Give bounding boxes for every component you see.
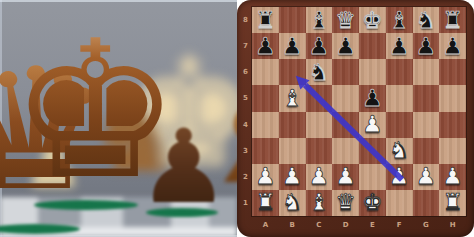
square-c7[interactable]: ♟ xyxy=(306,33,333,59)
white-pawn: ♟ xyxy=(442,165,463,188)
square-g7[interactable]: ♟ xyxy=(413,33,440,59)
rank-labels: 87654321 xyxy=(239,7,252,216)
square-g4[interactable] xyxy=(413,112,440,138)
square-e8[interactable]: ♚ xyxy=(359,7,386,33)
square-b8[interactable] xyxy=(279,7,306,33)
square-b6[interactable] xyxy=(279,59,306,85)
square-e3[interactable] xyxy=(359,138,386,164)
file-labels: ABCDEFGH xyxy=(252,217,466,233)
black-knight: ♞ xyxy=(309,61,330,84)
square-b1[interactable]: ♞ xyxy=(279,190,306,216)
square-a1[interactable]: ♜ xyxy=(252,190,279,216)
square-c8[interactable]: ♝ xyxy=(306,7,333,33)
square-b5[interactable]: ♝ xyxy=(279,85,306,111)
square-e1[interactable]: ♚ xyxy=(359,190,386,216)
file-label-b: B xyxy=(279,217,306,233)
square-f4[interactable] xyxy=(386,112,413,138)
square-d8[interactable]: ♛ xyxy=(332,7,359,33)
square-a2[interactable]: ♟ xyxy=(252,164,279,190)
square-d5[interactable] xyxy=(332,85,359,111)
square-f8[interactable]: ♝ xyxy=(386,7,413,33)
white-queen: ♛ xyxy=(335,191,356,214)
file-label-f: F xyxy=(386,217,413,233)
black-pawn: ♟ xyxy=(309,35,330,58)
app-root: ♚ ♟ ♞ ♛ ♚ ♟ ♝ 87654321 ABCDEFGH ♜♝♛♚♝♞♜♟… xyxy=(0,0,474,237)
file-label-c: C xyxy=(306,217,333,233)
square-h5[interactable] xyxy=(439,85,466,111)
rank-label-6: 6 xyxy=(239,59,252,85)
square-h3[interactable] xyxy=(439,138,466,164)
square-a5[interactable] xyxy=(252,85,279,111)
black-king: ♚ xyxy=(362,9,383,32)
chess-photo-panel: ♚ ♟ ♞ ♛ ♚ ♟ ♝ xyxy=(0,0,237,237)
square-e5[interactable]: ♟ xyxy=(359,85,386,111)
square-f7[interactable]: ♟ xyxy=(386,33,413,59)
square-e6[interactable] xyxy=(359,59,386,85)
file-label-h: H xyxy=(439,217,466,233)
square-c2[interactable]: ♟ xyxy=(306,164,333,190)
black-pawn: ♟ xyxy=(362,87,383,110)
board-grid: ♜♝♛♚♝♞♜♟♟♟♟♟♟♟♞♝♟♟♞♟♟♟♟♟♟♟♜♞♝♛♚♜ xyxy=(252,7,466,216)
square-c4[interactable] xyxy=(306,112,333,138)
black-bishop: ♝ xyxy=(309,9,330,32)
square-f5[interactable] xyxy=(386,85,413,111)
square-a6[interactable] xyxy=(252,59,279,85)
square-c1[interactable]: ♝ xyxy=(306,190,333,216)
square-h6[interactable] xyxy=(439,59,466,85)
black-rook: ♜ xyxy=(255,9,276,32)
square-a3[interactable] xyxy=(252,138,279,164)
square-g5[interactable] xyxy=(413,85,440,111)
white-rook: ♜ xyxy=(255,191,276,214)
dark-pawn-icon: ♟ xyxy=(138,116,229,218)
square-e2[interactable] xyxy=(359,164,386,190)
square-g6[interactable] xyxy=(413,59,440,85)
square-h2[interactable]: ♟ xyxy=(439,164,466,190)
square-d4[interactable] xyxy=(332,112,359,138)
black-queen: ♛ xyxy=(335,9,356,32)
square-a4[interactable] xyxy=(252,112,279,138)
black-pawn: ♟ xyxy=(416,35,437,58)
rank-label-5: 5 xyxy=(239,85,252,111)
chess-board-panel: 87654321 ABCDEFGH ♜♝♛♚♝♞♜♟♟♟♟♟♟♟♞♝♟♟♞♟♟♟… xyxy=(237,0,474,237)
black-pawn: ♟ xyxy=(282,35,303,58)
square-g2[interactable]: ♟ xyxy=(413,164,440,190)
square-c5[interactable] xyxy=(306,85,333,111)
black-pawn: ♟ xyxy=(335,35,356,58)
black-rook: ♜ xyxy=(442,9,463,32)
square-h7[interactable]: ♟ xyxy=(439,33,466,59)
square-f2[interactable]: ♟ xyxy=(386,164,413,190)
square-g3[interactable] xyxy=(413,138,440,164)
rank-label-4: 4 xyxy=(239,112,252,138)
white-pawn: ♟ xyxy=(309,165,330,188)
rank-label-7: 7 xyxy=(239,33,252,59)
black-pawn: ♟ xyxy=(255,35,276,58)
white-pawn: ♟ xyxy=(416,165,437,188)
white-bishop: ♝ xyxy=(309,191,330,214)
square-d3[interactable] xyxy=(332,138,359,164)
file-label-e: E xyxy=(359,217,386,233)
file-label-a: A xyxy=(252,217,279,233)
white-pawn: ♟ xyxy=(255,165,276,188)
white-pawn: ♟ xyxy=(389,165,410,188)
square-g1[interactable] xyxy=(413,190,440,216)
square-b3[interactable] xyxy=(279,138,306,164)
square-h4[interactable] xyxy=(439,112,466,138)
square-a7[interactable]: ♟ xyxy=(252,33,279,59)
white-king: ♚ xyxy=(362,191,383,214)
black-knight: ♞ xyxy=(416,9,437,32)
square-b4[interactable] xyxy=(279,112,306,138)
file-label-d: D xyxy=(332,217,359,233)
square-c3[interactable] xyxy=(306,138,333,164)
square-e7[interactable] xyxy=(359,33,386,59)
board-frame: 87654321 ABCDEFGH ♜♝♛♚♝♞♜♟♟♟♟♟♟♟♞♝♟♟♞♟♟♟… xyxy=(237,0,474,237)
square-c6[interactable]: ♞ xyxy=(306,59,333,85)
rank-label-8: 8 xyxy=(239,7,252,33)
square-e4[interactable]: ♟ xyxy=(359,112,386,138)
square-f1[interactable] xyxy=(386,190,413,216)
rank-label-3: 3 xyxy=(239,138,252,164)
white-pawn: ♟ xyxy=(362,113,383,136)
black-bishop: ♝ xyxy=(389,9,410,32)
square-d6[interactable] xyxy=(332,59,359,85)
square-d2[interactable]: ♟ xyxy=(332,164,359,190)
white-bishop: ♝ xyxy=(282,87,303,110)
square-f3[interactable]: ♞ xyxy=(386,138,413,164)
black-pawn: ♟ xyxy=(389,35,410,58)
white-knight: ♞ xyxy=(389,139,410,162)
white-rook: ♜ xyxy=(442,191,463,214)
white-knight: ♞ xyxy=(282,191,303,214)
square-h1[interactable]: ♜ xyxy=(439,190,466,216)
square-f6[interactable] xyxy=(386,59,413,85)
square-g8[interactable]: ♞ xyxy=(413,7,440,33)
square-d1[interactable]: ♛ xyxy=(332,190,359,216)
square-d7[interactable]: ♟ xyxy=(332,33,359,59)
square-a8[interactable]: ♜ xyxy=(252,7,279,33)
square-b7[interactable]: ♟ xyxy=(279,33,306,59)
file-label-g: G xyxy=(413,217,440,233)
white-pawn: ♟ xyxy=(335,165,356,188)
rank-label-2: 2 xyxy=(239,164,252,190)
white-pawn: ♟ xyxy=(282,165,303,188)
black-pawn: ♟ xyxy=(442,35,463,58)
square-b2[interactable]: ♟ xyxy=(279,164,306,190)
rank-label-1: 1 xyxy=(239,190,252,216)
square-h8[interactable]: ♜ xyxy=(439,7,466,33)
